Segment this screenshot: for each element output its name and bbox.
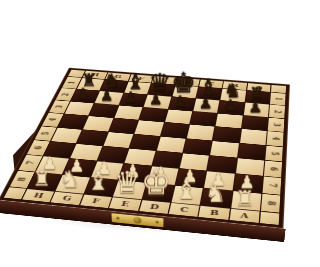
square[interactable]: ♝ bbox=[171, 185, 203, 205]
file-label-front: B bbox=[199, 206, 230, 220]
square[interactable] bbox=[216, 113, 243, 128]
coordinate-label: 5 bbox=[41, 131, 51, 135]
square[interactable] bbox=[51, 127, 82, 143]
coordinate-label: 7 bbox=[267, 183, 277, 188]
coordinate-label: G bbox=[62, 195, 73, 202]
brass-latch-icon bbox=[111, 213, 163, 227]
black-pawn[interactable]: ♟ bbox=[224, 98, 238, 113]
white-rook[interactable]: ♜ bbox=[236, 187, 255, 209]
square[interactable] bbox=[130, 134, 160, 150]
coordinate-label: 3 bbox=[55, 105, 65, 109]
white-knight[interactable]: ♞ bbox=[59, 168, 80, 191]
corner-tile bbox=[260, 212, 279, 225]
square[interactable]: ♟ bbox=[119, 93, 147, 107]
square[interactable] bbox=[242, 116, 268, 131]
square[interactable]: ♜ bbox=[231, 191, 262, 211]
coordinate-label: A bbox=[240, 212, 249, 219]
black-pawn[interactable]: ♟ bbox=[149, 92, 163, 107]
square[interactable] bbox=[190, 111, 217, 126]
rank-label-right: 6 bbox=[264, 161, 282, 178]
square[interactable] bbox=[238, 143, 266, 160]
rank-label-right: 4 bbox=[267, 131, 284, 146]
rank-label-right: 2 bbox=[269, 105, 285, 119]
white-bishop[interactable]: ♝ bbox=[87, 169, 110, 195]
square[interactable] bbox=[135, 120, 164, 135]
file-label-front: G bbox=[51, 192, 83, 206]
black-pawn[interactable]: ♟ bbox=[124, 90, 137, 105]
rank-label-right: 8 bbox=[261, 194, 280, 213]
white-rook[interactable]: ♜ bbox=[32, 168, 51, 189]
coordinate-label: 1 bbox=[274, 97, 283, 101]
coordinate-label: F bbox=[91, 198, 100, 205]
square[interactable] bbox=[183, 139, 212, 155]
photo-stage: HGFEDCBA1♜♞♝♛♚♝♞♜12♟♟♟♟♟♟♟♟2334455667♟♟♟… bbox=[0, 0, 320, 267]
white-knight[interactable]: ♞ bbox=[205, 182, 226, 206]
square[interactable]: ♞ bbox=[201, 188, 232, 208]
black-pawn[interactable]: ♟ bbox=[100, 88, 113, 103]
coordinate-label: 6 bbox=[33, 146, 44, 150]
white-king[interactable]: ♚ bbox=[141, 166, 171, 200]
square[interactable] bbox=[103, 132, 133, 148]
coordinate-label: 7 bbox=[25, 161, 36, 166]
coordinate-label: H bbox=[32, 192, 44, 199]
coordinate-label: 5 bbox=[269, 151, 279, 155]
file-label-front: H bbox=[22, 189, 54, 202]
file-label-front: A bbox=[229, 209, 260, 223]
square[interactable] bbox=[187, 125, 215, 141]
square[interactable] bbox=[156, 136, 185, 152]
coordinate-label: B bbox=[209, 209, 219, 216]
black-pawn[interactable]: ♟ bbox=[249, 100, 263, 115]
coordinate-label: 8 bbox=[266, 200, 277, 205]
file-label-front: C bbox=[169, 203, 200, 217]
file-label-front: F bbox=[80, 194, 112, 208]
rank-label-right: 1 bbox=[270, 93, 286, 106]
coordinate-label: 2 bbox=[273, 110, 282, 114]
square[interactable] bbox=[165, 109, 193, 124]
square[interactable] bbox=[213, 127, 240, 143]
file-label-front: E bbox=[109, 197, 141, 211]
square[interactable] bbox=[240, 129, 267, 145]
black-pawn[interactable]: ♟ bbox=[174, 94, 188, 109]
coordinate-label: 4 bbox=[271, 137, 280, 141]
coordinate-label: 2 bbox=[61, 93, 71, 97]
square[interactable]: ♟ bbox=[218, 101, 244, 115]
coordinate-label: 8 bbox=[17, 177, 28, 182]
coordinate-label: 6 bbox=[268, 167, 278, 172]
square[interactable] bbox=[109, 118, 138, 133]
latch-knob-icon bbox=[133, 217, 141, 224]
square[interactable]: ♞ bbox=[56, 175, 90, 194]
rank-label-right: 7 bbox=[263, 177, 282, 195]
square[interactable]: ♚ bbox=[142, 183, 174, 202]
square[interactable] bbox=[114, 105, 142, 119]
coordinate-label: 1 bbox=[67, 81, 76, 84]
rank-label-right: 5 bbox=[265, 145, 283, 161]
black-pawn[interactable]: ♟ bbox=[198, 96, 212, 111]
square[interactable]: ♝ bbox=[84, 177, 117, 196]
square[interactable] bbox=[139, 107, 167, 122]
coordinate-label: 3 bbox=[272, 123, 281, 127]
coordinate-label: E bbox=[120, 201, 130, 208]
white-queen[interactable]: ♛ bbox=[114, 167, 141, 197]
square[interactable] bbox=[77, 130, 108, 146]
black-pawn[interactable]: ♟ bbox=[76, 86, 89, 101]
file-label-front: D bbox=[139, 200, 170, 214]
square[interactable] bbox=[161, 122, 189, 137]
chess-box-scene: HGFEDCBA1♜♞♝♛♚♝♞♜12♟♟♟♟♟♟♟♟2334455667♟♟♟… bbox=[0, 68, 290, 229]
coordinate-label: 4 bbox=[48, 118, 58, 122]
rank-label-left: 5 bbox=[35, 126, 57, 141]
coordinate-label: D bbox=[149, 203, 159, 210]
square[interactable] bbox=[210, 141, 238, 158]
rank-label-right: 3 bbox=[268, 118, 285, 132]
white-bishop[interactable]: ♝ bbox=[174, 177, 197, 203]
coordinate-label: C bbox=[179, 206, 188, 213]
